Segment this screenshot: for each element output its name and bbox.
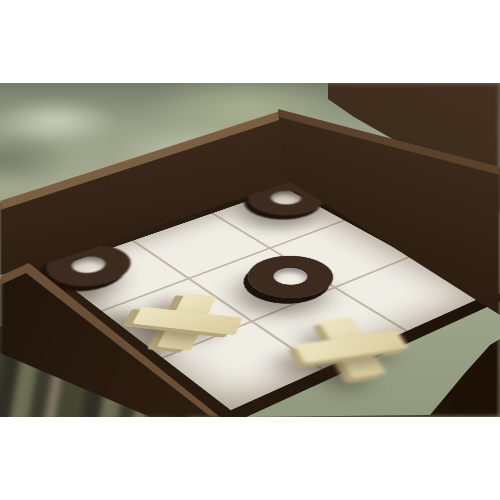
photo-of-tic-tac-toe-set (0, 83, 500, 417)
page: { "game": { "name": "Tic-tac-toe", "aka"… (0, 0, 500, 500)
